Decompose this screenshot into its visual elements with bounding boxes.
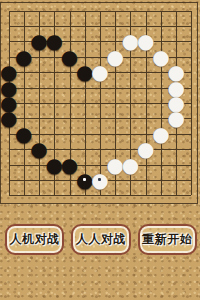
board-cell[interactable] (16, 3, 31, 18)
board-cell[interactable] (138, 95, 153, 110)
board-cell[interactable] (184, 111, 199, 126)
white-stone: ● (169, 95, 184, 110)
white-stone: ● (169, 80, 184, 95)
board-cell[interactable] (16, 172, 31, 187)
black-stone: ● (1, 111, 16, 126)
board-cell[interactable] (47, 95, 62, 110)
human-vs-ai-button[interactable]: 人机对战 (5, 224, 64, 255)
board-cell[interactable]: ● (169, 111, 184, 126)
board-cell[interactable] (31, 172, 46, 187)
board-cell[interactable] (153, 80, 168, 95)
black-stone: ● (1, 80, 16, 95)
board-cell[interactable] (108, 172, 123, 187)
board-cell[interactable] (62, 95, 77, 110)
board-cell[interactable] (138, 111, 153, 126)
board-cell[interactable] (1, 3, 16, 18)
restart-button[interactable]: 重新开始 (138, 224, 197, 255)
human-vs-human-button[interactable]: 人人对战 (71, 224, 130, 255)
black-stone: ● (62, 157, 77, 172)
board-cell[interactable] (1, 49, 16, 64)
board-cell[interactable] (123, 18, 138, 33)
board-cell[interactable] (1, 141, 16, 156)
board-cell[interactable] (184, 49, 199, 64)
board-cell[interactable] (77, 111, 92, 126)
board-cell[interactable] (153, 111, 168, 126)
board-cell[interactable] (108, 65, 123, 80)
board-cell[interactable] (123, 49, 138, 64)
board-cell[interactable]: ● (123, 157, 138, 172)
board-cell[interactable] (47, 126, 62, 141)
white-stone: ● (169, 65, 184, 80)
board-cell[interactable]: ● (16, 126, 31, 141)
board-cell[interactable]: ● (123, 34, 138, 49)
board-cell[interactable] (92, 3, 107, 18)
white-stone: ● (92, 65, 107, 80)
board-cell[interactable] (108, 95, 123, 110)
board-cell[interactable] (77, 49, 92, 64)
board-cell[interactable]: ● (153, 126, 168, 141)
board-cell[interactable] (169, 34, 184, 49)
board-cell[interactable]: ● (1, 65, 16, 80)
board-cell[interactable]: ● (1, 111, 16, 126)
board-cell[interactable] (62, 65, 77, 80)
board-cell[interactable]: ● (138, 34, 153, 49)
black-stone: ● (31, 141, 46, 156)
last-move-marker (98, 178, 101, 181)
board-cell[interactable] (31, 3, 46, 18)
board-cell[interactable] (62, 188, 77, 203)
menu-bar: 人机对战 人人对战 重新开始 (5, 224, 197, 255)
board-cell[interactable] (108, 34, 123, 49)
board-cell[interactable] (1, 34, 16, 49)
board-cell[interactable] (184, 18, 199, 33)
board-cell[interactable]: ● (77, 172, 92, 187)
board-cell[interactable] (169, 157, 184, 172)
board-cell[interactable] (77, 3, 92, 18)
board-cell[interactable] (47, 18, 62, 33)
board-cell[interactable] (31, 80, 46, 95)
board-cell[interactable] (16, 111, 31, 126)
board-cell[interactable]: ● (47, 34, 62, 49)
board-cell[interactable] (62, 18, 77, 33)
board-cell[interactable] (77, 157, 92, 172)
board-cell[interactable] (92, 34, 107, 49)
board-cell[interactable] (184, 141, 199, 156)
board-cell[interactable] (77, 126, 92, 141)
black-stone: ● (47, 157, 62, 172)
board-cell[interactable] (169, 188, 184, 203)
board-cell[interactable]: ● (47, 157, 62, 172)
app-screen: ●●●●●●●●●●●●●●●●●●●●●●●●●●●● 人机对战 人人对战 重… (0, 0, 200, 300)
board-cell[interactable] (16, 157, 31, 172)
board-cell[interactable]: ● (31, 141, 46, 156)
board-cell[interactable] (108, 111, 123, 126)
black-stone: ● (16, 49, 31, 64)
board-cell[interactable] (16, 80, 31, 95)
black-stone: ● (47, 34, 62, 49)
board-cell[interactable] (62, 34, 77, 49)
board-cell[interactable] (1, 172, 16, 187)
board-cell[interactable] (138, 188, 153, 203)
board-cell[interactable] (153, 141, 168, 156)
board-cell[interactable] (184, 65, 199, 80)
black-stone: ● (1, 95, 16, 110)
board-cell[interactable]: ● (108, 157, 123, 172)
board-cell[interactable] (62, 111, 77, 126)
board-cell[interactable] (138, 126, 153, 141)
board-cell[interactable] (62, 126, 77, 141)
board-cell[interactable]: ● (92, 172, 107, 187)
board-cell[interactable] (153, 157, 168, 172)
board-cell[interactable] (123, 126, 138, 141)
board-cell[interactable] (169, 172, 184, 187)
white-stone: ● (138, 141, 153, 156)
board-cell[interactable] (77, 18, 92, 33)
board-cell[interactable] (123, 65, 138, 80)
board-cell[interactable] (31, 111, 46, 126)
board-cell[interactable]: ● (169, 95, 184, 110)
board-cell[interactable] (138, 49, 153, 64)
board-cell[interactable] (184, 80, 199, 95)
board-cell[interactable] (138, 65, 153, 80)
white-stone: ● (108, 157, 123, 172)
board-cell[interactable] (184, 126, 199, 141)
board-cell[interactable] (108, 188, 123, 203)
board-cell[interactable]: ● (108, 49, 123, 64)
board-cell[interactable] (153, 188, 168, 203)
board-cell[interactable] (153, 172, 168, 187)
board-cell[interactable] (92, 49, 107, 64)
black-stone: ● (77, 65, 92, 80)
board-cell[interactable] (77, 188, 92, 203)
board-cell[interactable] (31, 65, 46, 80)
board-cell[interactable]: ● (16, 49, 31, 64)
board-cell[interactable]: ● (62, 49, 77, 64)
board-cell[interactable] (123, 141, 138, 156)
board-cell[interactable] (77, 34, 92, 49)
board-cell[interactable] (184, 3, 199, 18)
board-cell[interactable] (153, 18, 168, 33)
board-cell[interactable]: ● (31, 34, 46, 49)
board-cell[interactable] (184, 188, 199, 203)
board-cell[interactable] (1, 188, 16, 203)
white-stone: ● (123, 157, 138, 172)
board-cell[interactable] (169, 126, 184, 141)
board-cell[interactable]: ● (138, 141, 153, 156)
board-cell[interactable] (31, 157, 46, 172)
board-cell[interactable] (108, 3, 123, 18)
board-cell[interactable] (92, 157, 107, 172)
board-cell[interactable] (62, 3, 77, 18)
board-cell[interactable] (184, 95, 199, 110)
board-cell[interactable] (123, 80, 138, 95)
board-cell[interactable] (47, 65, 62, 80)
board-cell[interactable] (123, 188, 138, 203)
board-cell[interactable] (108, 18, 123, 33)
board-cell[interactable] (92, 188, 107, 203)
board-cell[interactable] (169, 18, 184, 33)
board-cell[interactable] (138, 3, 153, 18)
board-cell[interactable] (1, 126, 16, 141)
board-cell[interactable] (138, 18, 153, 33)
board-cell[interactable] (31, 188, 46, 203)
board-cell[interactable]: ● (153, 49, 168, 64)
board-cell[interactable] (47, 111, 62, 126)
board-cell[interactable] (108, 141, 123, 156)
board-cell[interactable] (92, 18, 107, 33)
board-cell[interactable]: ● (169, 80, 184, 95)
board-cell[interactable] (184, 157, 199, 172)
board-cell[interactable] (153, 65, 168, 80)
board-cell[interactable]: ● (92, 65, 107, 80)
board-cell[interactable] (16, 65, 31, 80)
board-cell[interactable] (169, 3, 184, 18)
black-stone: ● (62, 49, 77, 64)
board-cell[interactable] (138, 80, 153, 95)
board-cell[interactable] (108, 126, 123, 141)
board-cell[interactable] (31, 95, 46, 110)
board-cell[interactable] (92, 126, 107, 141)
board-cell[interactable] (62, 172, 77, 187)
white-stone: ● (108, 49, 123, 64)
board-cell[interactable]: ● (1, 95, 16, 110)
board-cell[interactable]: ● (169, 65, 184, 80)
board-cell[interactable] (169, 141, 184, 156)
white-stone: ● (169, 111, 184, 126)
board-cell[interactable]: ● (62, 157, 77, 172)
board-cell[interactable] (62, 141, 77, 156)
board-cell[interactable]: ● (1, 80, 16, 95)
go-board: ●●●●●●●●●●●●●●●●●●●●●●●●●●●● (0, 0, 200, 208)
board-cell[interactable] (153, 3, 168, 18)
last-move-marker (83, 178, 86, 181)
board-cell[interactable] (16, 188, 31, 203)
board-cell[interactable] (31, 126, 46, 141)
board-cell[interactable] (31, 49, 46, 64)
board-cell[interactable]: ● (77, 65, 92, 80)
board-cell[interactable] (92, 111, 107, 126)
board-cell[interactable] (1, 157, 16, 172)
board-cell[interactable] (123, 95, 138, 110)
board-cell[interactable] (92, 95, 107, 110)
white-stone: ● (153, 126, 168, 141)
board-cell[interactable] (123, 172, 138, 187)
board-cell[interactable] (169, 49, 184, 64)
board-cell[interactable] (77, 141, 92, 156)
black-stone: ● (31, 34, 46, 49)
board-cell[interactable] (184, 34, 199, 49)
board-cell[interactable] (31, 18, 46, 33)
board-cell[interactable] (47, 80, 62, 95)
board-cell[interactable] (47, 3, 62, 18)
board-cell[interactable] (47, 188, 62, 203)
white-stone: ● (123, 34, 138, 49)
board-cell[interactable] (1, 18, 16, 33)
board-cell[interactable] (153, 95, 168, 110)
board-cell[interactable] (123, 3, 138, 18)
board-cell[interactable] (47, 141, 62, 156)
white-stone: ● (138, 34, 153, 49)
board-cell[interactable] (138, 157, 153, 172)
board-cell[interactable] (123, 111, 138, 126)
board-cell[interactable] (62, 80, 77, 95)
board-cell[interactable] (138, 172, 153, 187)
board-cell[interactable] (92, 80, 107, 95)
go-board-grid: ●●●●●●●●●●●●●●●●●●●●●●●●●●●● (1, 3, 199, 203)
board-cell[interactable] (16, 18, 31, 33)
black-stone: ● (1, 65, 16, 80)
board-cell[interactable] (92, 141, 107, 156)
board-cell[interactable] (77, 95, 92, 110)
board-cell[interactable] (47, 172, 62, 187)
white-stone: ● (153, 49, 168, 64)
board-cell[interactable] (77, 80, 92, 95)
board-cell[interactable] (184, 172, 199, 187)
board-cell[interactable] (16, 34, 31, 49)
board-cell[interactable] (47, 49, 62, 64)
board-cell[interactable] (16, 141, 31, 156)
board-cell[interactable] (16, 95, 31, 110)
board-cell[interactable] (108, 80, 123, 95)
board-cell[interactable] (153, 34, 168, 49)
black-stone: ● (16, 126, 31, 141)
